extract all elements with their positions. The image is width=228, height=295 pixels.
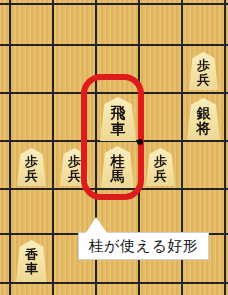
piece-kanji: 銀 <box>197 106 211 121</box>
callout-text: 桂が使える好形 <box>89 237 199 256</box>
piece-kanji: 歩 <box>25 155 38 169</box>
piece-silver[interactable]: 銀将 <box>187 98 220 140</box>
piece-kanji: 馬 <box>111 169 125 184</box>
piece-kanji: 兵 <box>197 73 210 87</box>
piece-kanji: 飛 <box>111 105 126 121</box>
piece-kanji: 車 <box>111 121 126 137</box>
piece-kanji: 将 <box>197 121 211 136</box>
piece-pawn[interactable]: 歩兵 <box>189 52 218 90</box>
shogi-board: 歩兵飛車銀将歩兵歩兵桂馬歩兵香車 桂が使える好形 <box>0 0 228 295</box>
piece-knight[interactable]: 桂馬 <box>101 146 134 188</box>
piece-kanji: 香 <box>25 248 38 262</box>
grid-line-vertical <box>52 0 54 295</box>
piece-kanji: 兵 <box>68 169 81 183</box>
piece-kanji: 歩 <box>154 155 167 169</box>
piece-pawn[interactable]: 歩兵 <box>17 148 46 186</box>
piece-kanji: 兵 <box>25 169 38 183</box>
piece-kanji: 車 <box>25 262 38 276</box>
star-point <box>137 139 143 145</box>
callout-tail <box>86 217 107 233</box>
piece-lance[interactable]: 香車 <box>16 240 47 282</box>
grid-line-vertical <box>224 0 226 295</box>
piece-kanji: 兵 <box>154 169 167 183</box>
piece-pawn[interactable]: 歩兵 <box>146 148 175 186</box>
grid-line-horizontal <box>0 44 228 46</box>
grid-line-horizontal <box>0 282 228 284</box>
callout-bubble: 桂が使える好形 <box>78 232 209 260</box>
piece-kanji: 歩 <box>68 155 81 169</box>
grid-line-horizontal <box>0 3 228 5</box>
piece-kanji: 歩 <box>197 59 210 73</box>
grid-line-vertical <box>9 0 11 295</box>
piece-rook[interactable]: 飛車 <box>100 97 136 141</box>
piece-kanji: 桂 <box>111 154 125 169</box>
grid-line-horizontal <box>0 92 228 94</box>
piece-pawn[interactable]: 歩兵 <box>60 148 89 186</box>
grid-line-horizontal <box>0 188 228 190</box>
